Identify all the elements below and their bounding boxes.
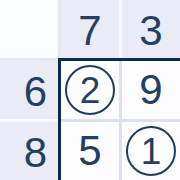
circled-number-mark: 2 xyxy=(65,65,115,115)
row-sum-cell-r1: 6 xyxy=(0,61,58,119)
corner-cell xyxy=(0,0,58,58)
number-sums-board: 7 3 6 2 9 8 5 1 xyxy=(0,0,180,180)
column-sum-cell-c1: 7 xyxy=(61,0,119,58)
number-cell-r1c2[interactable]: 9 xyxy=(122,61,180,119)
number-cell-r2c2[interactable]: 1 xyxy=(122,122,180,180)
number-cell-r2c1[interactable]: 5 xyxy=(61,122,119,180)
row-sum-cell-r2: 8 xyxy=(0,122,58,180)
number-cell-r1c1[interactable]: 2 xyxy=(61,61,119,119)
circled-number-mark: 1 xyxy=(126,126,176,176)
column-sum-cell-c2: 3 xyxy=(122,0,180,58)
